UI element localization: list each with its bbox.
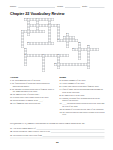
clue-number: 4 xyxy=(27,24,28,25)
crossword-cell[interactable] xyxy=(57,66,60,69)
clue-text: a flap of tissue that keeps blood moving… xyxy=(62,88,104,93)
down-clue: 14. the iron-rich protein that carries o… xyxy=(60,111,105,116)
crossword-cell[interactable] xyxy=(51,18,54,21)
down-clue: 9. a disease in which fatty deposits bui… xyxy=(60,97,105,102)
crossword-cell[interactable] xyxy=(96,48,99,51)
clue-number: 5 xyxy=(48,24,49,25)
crossword-cell[interactable] xyxy=(66,54,69,57)
clue-text: the smallest type of blood vessel xyxy=(13,93,39,95)
clue-text: the iron-rich protein that carries oxyge… xyxy=(62,111,104,116)
clue-text: the fluid portion of blood that carries … xyxy=(12,82,50,87)
down-heading: Down xyxy=(60,76,105,79)
class-label: Class xyxy=(57,5,63,8)
page-footer: 66 xyxy=(10,138,105,144)
across-clue: 16. cell fragments that help blood clot xyxy=(10,102,55,105)
question-text: The heart is made mostly of xyxy=(13,127,35,130)
crossword-cell[interactable] xyxy=(27,33,30,36)
clue-number: 15 xyxy=(72,48,73,49)
crossword-cell[interactable] xyxy=(78,57,81,60)
fill-in-section: For Questions 17-19, complete each sente… xyxy=(10,123,105,137)
crossword-cell[interactable] xyxy=(51,42,54,45)
crossword-void-cell xyxy=(96,72,99,75)
question-number: 19. xyxy=(10,134,13,137)
crossword-cell[interactable] xyxy=(24,63,27,66)
question-number: 17. xyxy=(10,127,13,130)
crossword-cell[interactable] xyxy=(42,69,45,72)
down-clue: 7. a flap of tissue that keeps blood mov… xyxy=(60,88,105,93)
across-column: Across 1. the thick muscular wall of the… xyxy=(10,76,55,116)
page-number: 66 xyxy=(56,141,59,144)
question-text: Blood leaving the right ventricle travel… xyxy=(13,131,50,134)
clue-number: 8 xyxy=(66,33,67,34)
clue-text: ____ circulation carries blood between t… xyxy=(62,102,104,107)
clue-text: a lower chamber of the heart xyxy=(62,82,85,84)
clue-text: Blood pressure is highest in the ____. xyxy=(13,99,43,101)
clue-number: 3 xyxy=(36,18,37,19)
date-label: Date xyxy=(82,5,87,8)
fill-in-question: 17.The heart is made mostly of xyxy=(10,127,105,130)
clue-number: 16 xyxy=(24,54,25,55)
answer-blank[interactable] xyxy=(43,134,105,137)
clue-number: 10 xyxy=(57,39,58,40)
crossword-grid: 12345678910111213141516171819 xyxy=(21,18,99,75)
crossword-cell[interactable] xyxy=(87,66,90,69)
clue-text: cell fragments that help blood clot xyxy=(13,102,40,104)
crossword-cell[interactable] xyxy=(42,30,45,33)
crossword-cell[interactable] xyxy=(66,45,69,48)
fill-in-question: 19.Red blood cells get their color from xyxy=(10,134,105,137)
clue-number: 17 xyxy=(42,54,43,55)
across-heading: Across xyxy=(10,76,55,79)
down-clue-list: 2. an upper chamber of the heart4. a low… xyxy=(60,80,105,116)
clue-number: 19 xyxy=(54,63,55,64)
answer-blank[interactable] xyxy=(51,131,105,134)
question-text: Red blood cells get their color from xyxy=(13,134,42,137)
fill-in-list: 17.The heart is made mostly of18.Blood l… xyxy=(10,127,105,137)
clue-number: 6 xyxy=(57,24,58,25)
clue-number: 2 xyxy=(27,18,28,19)
clue-number: 9 xyxy=(63,36,64,37)
question-number: 18. xyxy=(10,131,13,134)
down-clue: 11. ____ circulation carries blood betwe… xyxy=(60,102,105,107)
clue-number: 7 xyxy=(21,30,22,31)
fill-in-instructions: For Questions 17-19, complete each sente… xyxy=(10,123,105,126)
class-field[interactable] xyxy=(65,5,80,9)
clue-number: 18 xyxy=(57,54,58,55)
page-title: Chapter 22 Vocabulary Review xyxy=(10,12,64,17)
name-field[interactable] xyxy=(18,5,55,9)
clue-text: a disease in which fatty deposits build … xyxy=(62,97,100,102)
worksheet-page: Name Class Date Chapter 22 Vocabulary Re… xyxy=(0,0,113,150)
clue-number: 13 xyxy=(87,45,88,46)
clue-text: the largest artery in the body xyxy=(62,94,85,96)
fill-in-question: 18.Blood leaving the right ventricle tra… xyxy=(10,131,105,134)
answer-blank[interactable] xyxy=(36,127,104,130)
clue-number: 14 xyxy=(24,48,25,49)
across-clue: 5. the pathway in which blood travels fr… xyxy=(10,88,55,93)
date-field[interactable] xyxy=(89,5,104,9)
page-header: Name Class Date xyxy=(10,5,105,9)
clue-number: 12 xyxy=(78,42,79,43)
clue-number: 11 xyxy=(27,42,28,43)
clue-text: the pathway in which blood travels from … xyxy=(12,88,54,93)
clue-number: 1 xyxy=(24,18,25,19)
across-clue: 3. the fluid portion of blood that carri… xyxy=(10,82,55,87)
name-label: Name xyxy=(10,5,16,8)
clue-section: Across 1. the thick muscular wall of the… xyxy=(10,76,105,116)
across-clue-list: 1. the thick muscular wall of the heart3… xyxy=(10,80,55,105)
down-column: Down 2. an upper chamber of the heart4. … xyxy=(60,76,105,116)
